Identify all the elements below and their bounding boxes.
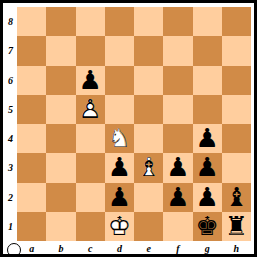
rank-label-2: 2 [4,183,17,212]
file-label-d: d [105,240,134,256]
square-a7[interactable] [17,36,46,65]
square-b4[interactable] [46,124,75,153]
board: ♟♟♙♞♘♟♟♝♗♟♟♟♟♟♝♚♔♚♜ [17,7,251,241]
square-e8[interactable] [134,7,163,36]
square-d7[interactable] [105,36,134,65]
square-d8[interactable] [105,7,134,36]
square-c4[interactable] [76,124,105,153]
file-label-b: b [46,240,75,256]
file-label-h: h [222,240,251,256]
square-c7[interactable] [76,36,105,65]
rank-labels: 87654321 [4,7,17,241]
square-g6[interactable] [193,66,222,95]
square-a5[interactable] [17,95,46,124]
square-a4[interactable] [17,124,46,153]
chess-diagram: 87654321 ♟♟♙♞♘♟♟♝♗♟♟♟♟♟♝♚♔♚♜ abcdefgh [0,0,257,257]
file-labels: abcdefgh [17,240,251,256]
rank-label-5: 5 [4,95,17,124]
square-d2[interactable]: ♟ [105,183,134,212]
white-bishop: ♝♗ [134,153,163,182]
square-b7[interactable] [46,36,75,65]
square-f4[interactable] [163,124,192,153]
square-b6[interactable] [46,66,75,95]
square-h3[interactable] [222,153,251,182]
rank-label-7: 7 [4,36,17,65]
square-b2[interactable] [46,183,75,212]
square-a2[interactable] [17,183,46,212]
square-a1[interactable] [17,212,46,241]
square-g2[interactable]: ♟ [193,183,222,212]
square-f8[interactable] [163,7,192,36]
square-f7[interactable] [163,36,192,65]
black-pawn: ♟ [105,153,134,182]
square-c2[interactable] [76,183,105,212]
square-g4[interactable]: ♟ [193,124,222,153]
square-h7[interactable] [222,36,251,65]
black-pawn: ♟ [163,183,192,212]
square-f1[interactable] [163,212,192,241]
square-c3[interactable] [76,153,105,182]
square-e3[interactable]: ♝♗ [134,153,163,182]
black-pawn: ♟ [76,66,105,95]
square-f2[interactable]: ♟ [163,183,192,212]
square-e2[interactable] [134,183,163,212]
square-d5[interactable] [105,95,134,124]
square-g5[interactable] [193,95,222,124]
square-e6[interactable] [134,66,163,95]
rank-label-3: 3 [4,153,17,182]
square-e1[interactable] [134,212,163,241]
file-label-g: g [193,240,222,256]
square-e7[interactable] [134,36,163,65]
square-g7[interactable] [193,36,222,65]
square-b1[interactable] [46,212,75,241]
square-a8[interactable] [17,7,46,36]
rank-label-8: 8 [4,7,17,36]
square-d3[interactable]: ♟ [105,153,134,182]
black-rook: ♜ [222,212,251,241]
square-c8[interactable] [76,7,105,36]
rank-label-6: 6 [4,66,17,95]
white-to-move-indicator [7,243,21,257]
white-pawn: ♟♙ [76,95,105,124]
square-d1[interactable]: ♚♔ [105,212,134,241]
square-a3[interactable] [17,153,46,182]
square-b8[interactable] [46,7,75,36]
square-g3[interactable]: ♟ [193,153,222,182]
square-f6[interactable] [163,66,192,95]
square-h5[interactable] [222,95,251,124]
square-h4[interactable] [222,124,251,153]
square-h1[interactable]: ♜ [222,212,251,241]
square-d4[interactable]: ♞♘ [105,124,134,153]
square-c1[interactable] [76,212,105,241]
square-a6[interactable] [17,66,46,95]
black-pawn: ♟ [193,153,222,182]
square-f3[interactable]: ♟ [163,153,192,182]
white-king: ♚♔ [105,212,134,241]
file-label-e: e [134,240,163,256]
square-b5[interactable] [46,95,75,124]
square-g8[interactable] [193,7,222,36]
square-e4[interactable] [134,124,163,153]
file-label-f: f [163,240,192,256]
rank-label-1: 1 [4,212,17,241]
square-d6[interactable] [105,66,134,95]
square-h2[interactable]: ♝ [222,183,251,212]
file-label-c: c [76,240,105,256]
black-pawn: ♟ [105,183,134,212]
square-h8[interactable] [222,7,251,36]
square-e5[interactable] [134,95,163,124]
black-pawn: ♟ [193,183,222,212]
black-bishop: ♝ [222,183,251,212]
square-c6[interactable]: ♟ [76,66,105,95]
black-pawn: ♟ [163,153,192,182]
square-b3[interactable] [46,153,75,182]
square-h6[interactable] [222,66,251,95]
square-f5[interactable] [163,95,192,124]
square-g1[interactable]: ♚ [193,212,222,241]
file-label-a: a [17,240,46,256]
white-knight: ♞♘ [105,124,134,153]
black-pawn: ♟ [193,124,222,153]
rank-label-4: 4 [4,124,17,153]
square-c5[interactable]: ♟♙ [76,95,105,124]
black-king: ♚ [193,212,222,241]
